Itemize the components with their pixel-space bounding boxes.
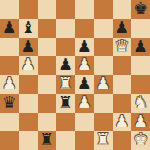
white-rook-piece[interactable]: ♜ [58, 75, 73, 93]
square-d5[interactable]: ♟ [56, 56, 75, 75]
square-c6[interactable] [38, 38, 57, 57]
square-f4[interactable]: ♟ [94, 75, 113, 94]
square-c5[interactable] [38, 56, 57, 75]
square-c2[interactable] [38, 113, 57, 132]
square-d7[interactable] [56, 19, 75, 38]
square-f2[interactable] [94, 113, 113, 132]
square-h4[interactable] [131, 75, 150, 94]
white-pawn-piece[interactable]: ♟ [21, 56, 36, 74]
white-knight-piece[interactable]: ♞ [133, 94, 148, 112]
square-b2[interactable] [19, 113, 38, 132]
square-d1[interactable] [56, 131, 75, 150]
black-pawn-piece[interactable]: ♟ [114, 19, 129, 37]
square-c8[interactable] [38, 0, 57, 19]
square-f1[interactable]: ♜ [94, 131, 113, 150]
square-f6[interactable] [94, 38, 113, 57]
square-h3[interactable]: ♞ [131, 94, 150, 113]
square-e7[interactable] [75, 19, 94, 38]
black-pawn-piece[interactable]: ♟ [58, 56, 73, 74]
square-f5[interactable] [94, 56, 113, 75]
white-pawn-piece[interactable]: ♟ [96, 75, 111, 93]
square-a4[interactable]: ♟ [0, 75, 19, 94]
square-b1[interactable] [19, 131, 38, 150]
white-pawn-piece[interactable]: ♟ [133, 113, 148, 131]
black-pawn-piece[interactable]: ♟ [77, 38, 92, 56]
square-d8[interactable] [56, 0, 75, 19]
square-f8[interactable] [94, 0, 113, 19]
square-a6[interactable] [0, 38, 19, 57]
square-b6[interactable]: ♟ [19, 38, 38, 57]
square-e1[interactable] [75, 131, 94, 150]
white-pawn-piece[interactable]: ♟ [77, 56, 92, 74]
white-pawn-piece[interactable]: ♟ [114, 113, 129, 131]
square-a3[interactable]: ♛ [0, 94, 19, 113]
black-queen-piece[interactable]: ♛ [2, 94, 17, 112]
square-b7[interactable]: ♝ [19, 19, 38, 38]
white-king-piece[interactable]: ♚ [133, 131, 148, 149]
square-b5[interactable]: ♟ [19, 56, 38, 75]
square-e4[interactable]: ♟ [75, 75, 94, 94]
square-f7[interactable] [94, 19, 113, 38]
black-king-piece[interactable]: ♚ [133, 0, 148, 18]
square-c1[interactable]: ♜ [38, 131, 57, 150]
square-a2[interactable] [0, 113, 19, 132]
square-g7[interactable]: ♟ [113, 19, 132, 38]
black-pawn-piece[interactable]: ♟ [21, 38, 36, 56]
white-pawn-piece[interactable]: ♟ [2, 75, 17, 93]
square-h1[interactable]: ♚ [131, 131, 150, 150]
square-g5[interactable] [113, 56, 132, 75]
square-h2[interactable]: ♟ [131, 113, 150, 132]
square-a5[interactable] [0, 56, 19, 75]
square-g3[interactable] [113, 94, 132, 113]
square-a8[interactable] [0, 0, 19, 19]
square-c7[interactable] [38, 19, 57, 38]
square-b4[interactable] [19, 75, 38, 94]
square-e6[interactable]: ♟ [75, 38, 94, 57]
black-rook-piece[interactable]: ♜ [58, 94, 73, 112]
square-d2[interactable] [56, 113, 75, 132]
square-e5[interactable]: ♟ [75, 56, 94, 75]
square-b3[interactable] [19, 94, 38, 113]
black-pawn-piece[interactable]: ♟ [77, 75, 92, 93]
square-h8[interactable]: ♚ [131, 0, 150, 19]
white-pawn-piece[interactable]: ♟ [77, 94, 92, 112]
black-rook-piece[interactable]: ♜ [39, 131, 54, 149]
square-h7[interactable] [131, 19, 150, 38]
chess-board: ♚♟♝♟♟♟♛♟♟♟♟♟♜♟♟♛♜♟♞♟♟♜♜♚ [0, 0, 150, 150]
white-queen-piece[interactable]: ♛ [114, 38, 129, 56]
square-b8[interactable] [19, 0, 38, 19]
black-pawn-piece[interactable]: ♟ [133, 38, 148, 56]
black-pawn-piece[interactable]: ♟ [2, 19, 17, 37]
square-g2[interactable]: ♟ [113, 113, 132, 132]
square-g6[interactable]: ♛ [113, 38, 132, 57]
white-rook-piece[interactable]: ♜ [96, 131, 111, 149]
square-a7[interactable]: ♟ [0, 19, 19, 38]
square-e3[interactable]: ♟ [75, 94, 94, 113]
square-g4[interactable] [113, 75, 132, 94]
square-d3[interactable]: ♜ [56, 94, 75, 113]
square-h5[interactable] [131, 56, 150, 75]
square-e2[interactable] [75, 113, 94, 132]
square-c3[interactable] [38, 94, 57, 113]
square-g8[interactable] [113, 0, 132, 19]
square-a1[interactable] [0, 131, 19, 150]
square-c4[interactable] [38, 75, 57, 94]
square-f3[interactable] [94, 94, 113, 113]
square-d6[interactable] [56, 38, 75, 57]
square-g1[interactable] [113, 131, 132, 150]
square-e8[interactable] [75, 0, 94, 19]
square-h6[interactable]: ♟ [131, 38, 150, 57]
square-d4[interactable]: ♜ [56, 75, 75, 94]
black-bishop-piece[interactable]: ♝ [21, 19, 36, 37]
